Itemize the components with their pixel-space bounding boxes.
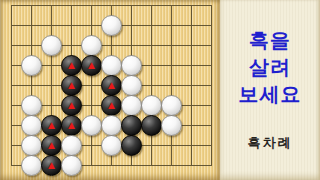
- black-stone-marked: ▲: [81, 55, 102, 76]
- white-stone: [161, 95, 182, 116]
- black-stone-marked: ▲: [101, 95, 122, 116]
- white-stone: [101, 115, 122, 136]
- black-stone: [141, 115, 162, 136]
- triangle-marker-icon: ▲: [108, 101, 115, 110]
- triangle-marker-icon: ▲: [68, 81, 75, 90]
- white-stone: [21, 55, 42, 76]
- side-panel: 흑을 살려 보세요 흑차례: [220, 0, 320, 180]
- triangle-marker-icon: ▲: [48, 121, 55, 130]
- black-stone-marked: ▲: [41, 155, 62, 176]
- puzzle-title-line2: 살려: [239, 54, 302, 81]
- white-stone: [41, 35, 62, 56]
- black-stone: [121, 135, 142, 156]
- black-stone-marked: ▲: [101, 75, 122, 96]
- triangle-marker-icon: ▲: [48, 161, 55, 170]
- black-stone-marked: ▲: [61, 55, 82, 76]
- triangle-marker-icon: ▲: [68, 101, 75, 110]
- white-stone: [121, 95, 142, 116]
- go-board[interactable]: ▲▲▲▲▲▲▲▲▲▲: [0, 0, 220, 180]
- stones-layer: ▲▲▲▲▲▲▲▲▲▲: [1, 0, 221, 175]
- white-stone: [101, 15, 122, 36]
- white-stone: [81, 35, 102, 56]
- white-stone: [121, 75, 142, 96]
- black-stone-marked: ▲: [61, 95, 82, 116]
- white-stone: [61, 155, 82, 176]
- white-stone: [101, 55, 122, 76]
- triangle-marker-icon: ▲: [68, 121, 75, 130]
- black-stone-marked: ▲: [41, 115, 62, 136]
- triangle-marker-icon: ▲: [88, 61, 95, 70]
- white-stone: [121, 55, 142, 76]
- black-stone-marked: ▲: [61, 75, 82, 96]
- black-stone-marked: ▲: [41, 135, 62, 156]
- white-stone: [61, 135, 82, 156]
- white-stone: [21, 135, 42, 156]
- black-stone: [121, 115, 142, 136]
- white-stone: [21, 115, 42, 136]
- triangle-marker-icon: ▲: [48, 141, 55, 150]
- puzzle-title-line3: 보세요: [239, 81, 302, 108]
- white-stone: [101, 135, 122, 156]
- puzzle-title-line1: 흑을: [239, 27, 302, 54]
- white-stone: [161, 115, 182, 136]
- white-stone: [21, 95, 42, 116]
- black-stone-marked: ▲: [61, 115, 82, 136]
- white-stone: [81, 115, 102, 136]
- white-stone: [141, 95, 162, 116]
- turn-indicator: 흑차례: [248, 134, 293, 152]
- puzzle-title: 흑을 살려 보세요: [239, 27, 302, 108]
- triangle-marker-icon: ▲: [68, 61, 75, 70]
- screenshot-root: ▲▲▲▲▲▲▲▲▲▲ 흑을 살려 보세요 흑차례: [0, 0, 320, 180]
- white-stone: [21, 155, 42, 176]
- triangle-marker-icon: ▲: [108, 81, 115, 90]
